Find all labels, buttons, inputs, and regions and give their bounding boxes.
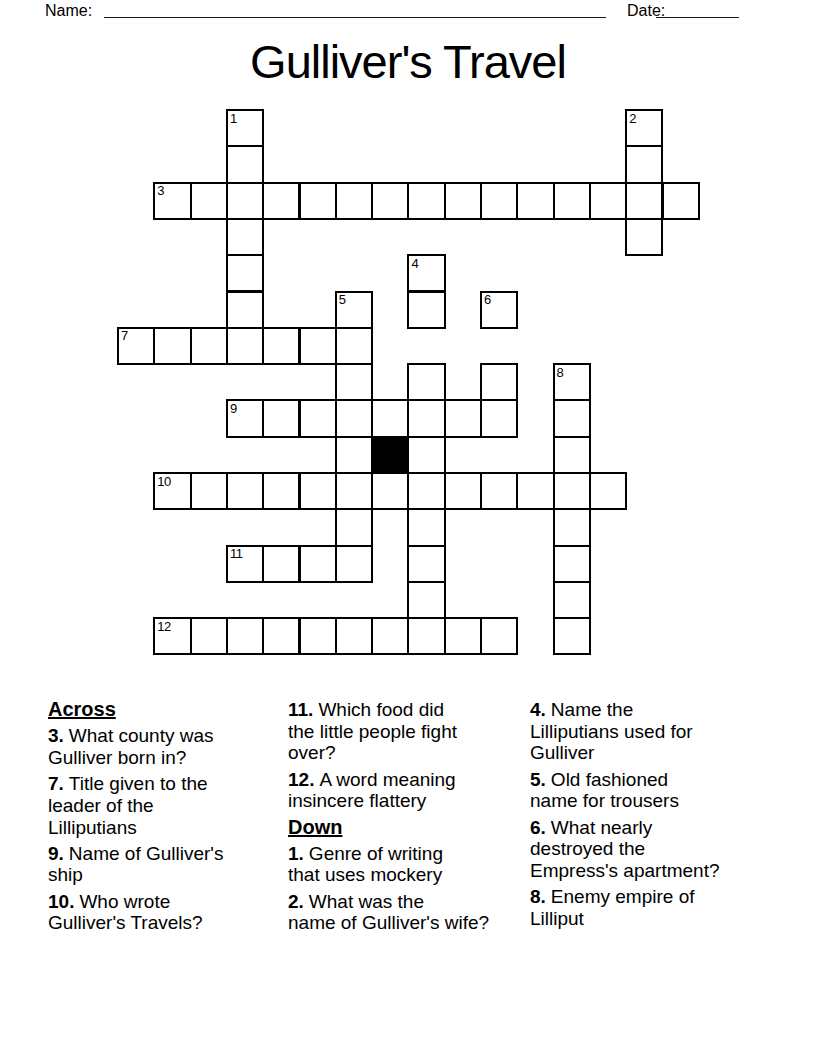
- grid-cell[interactable]: [335, 399, 373, 437]
- grid-cell[interactable]: [553, 399, 591, 437]
- grid-cell[interactable]: [299, 327, 337, 365]
- grid-cell[interactable]: [407, 399, 445, 437]
- clue-number-label: 3.: [48, 725, 64, 746]
- grid-cell[interactable]: [589, 472, 627, 510]
- grid-cell[interactable]: [226, 145, 264, 183]
- grid-cell[interactable]: [480, 182, 518, 220]
- grid-cell[interactable]: [589, 182, 627, 220]
- clue-number-label: 4.: [530, 699, 546, 720]
- down-header: Down: [288, 817, 530, 839]
- clue-text: Enemy empire of Lilliput: [530, 886, 694, 929]
- clue-down-6: 6.What nearly destroyed the Empress's ap…: [530, 817, 770, 882]
- grid-cell[interactable]: [190, 472, 228, 510]
- black-cell: [371, 436, 409, 474]
- grid-cell[interactable]: [371, 472, 409, 510]
- grid-cell[interactable]: [553, 182, 591, 220]
- grid-cell[interactable]: 2: [625, 109, 663, 147]
- grid-cell[interactable]: [299, 399, 337, 437]
- clue-column-1: Across 3.What county was Gulliver born i…: [48, 699, 288, 939]
- grid-cell[interactable]: [299, 617, 337, 655]
- grid-cell[interactable]: [516, 182, 554, 220]
- clue-across-3: 3.What county was Gulliver born in?: [48, 725, 288, 768]
- clue-across-9: 9.Name of Gulliver's ship: [48, 843, 288, 886]
- grid-cell[interactable]: 6: [480, 291, 518, 329]
- grid-cell[interactable]: [262, 399, 300, 437]
- clue-across-11: 11.Which food did the little people figh…: [288, 699, 530, 764]
- clue-number-label: 10.: [48, 891, 74, 912]
- clue-down-2: 2.What was the name of Gulliver's wife?: [288, 891, 530, 934]
- grid-cell[interactable]: 3: [153, 182, 191, 220]
- grid-cell[interactable]: [444, 182, 482, 220]
- clue-number-label: 1.: [288, 843, 304, 864]
- grid-cell[interactable]: [407, 291, 445, 329]
- grid-cell[interactable]: [444, 399, 482, 437]
- clue-across-10: 10.Who wrote Gulliver's Travels?: [48, 891, 288, 934]
- grid-cell[interactable]: [190, 182, 228, 220]
- clue-down-1: 1.Genre of writing that uses mockery: [288, 843, 530, 886]
- grid-cell[interactable]: [553, 436, 591, 474]
- clue-number: 6: [484, 293, 491, 307]
- grid-cell[interactable]: [553, 617, 591, 655]
- grid-cell[interactable]: [299, 182, 337, 220]
- grid-cell[interactable]: [226, 291, 264, 329]
- grid-cell[interactable]: 1: [226, 109, 264, 147]
- clue-number-label: 9.: [48, 843, 64, 864]
- grid-cell[interactable]: [662, 182, 700, 220]
- clue-down-8: 8.Enemy empire of Lilliput: [530, 886, 770, 929]
- grid-cell[interactable]: [553, 472, 591, 510]
- grid-cell[interactable]: [226, 472, 264, 510]
- grid-cell[interactable]: [480, 617, 518, 655]
- clue-text: Which food did the little people fight o…: [288, 699, 457, 763]
- clue-number-label: 2.: [288, 891, 304, 912]
- grid-cell[interactable]: [407, 472, 445, 510]
- grid-cell[interactable]: [262, 545, 300, 583]
- grid-cell[interactable]: 10: [153, 472, 191, 510]
- clue-down-5: 5.Old fashioned name for trousers: [530, 769, 770, 812]
- grid-cell[interactable]: [625, 145, 663, 183]
- clue-across-12: 12.A word meaning insincere flattery: [288, 769, 530, 812]
- grid-cell[interactable]: 7: [117, 327, 155, 365]
- grid-cell[interactable]: [625, 218, 663, 256]
- grid-cell[interactable]: [553, 545, 591, 583]
- clue-number-label: 11.: [288, 699, 313, 720]
- clue-number-label: 7.: [48, 773, 64, 794]
- clue-text: What county was Gulliver born in?: [48, 725, 214, 768]
- clue-number-label: 5.: [530, 769, 546, 790]
- grid-cell[interactable]: [262, 327, 300, 365]
- grid-cell[interactable]: [335, 472, 373, 510]
- grid-cell[interactable]: [226, 254, 264, 292]
- worksheet-page: Name: Date: Gulliver's Travel 1234567891…: [0, 0, 816, 1056]
- clue-text: Genre of writing that uses mockery: [288, 843, 443, 886]
- grid-cell[interactable]: [553, 508, 591, 546]
- clue-down-4: 4.Name the Lilliputians used for Gullive…: [530, 699, 770, 764]
- grid-cell[interactable]: [190, 327, 228, 365]
- grid-cell[interactable]: [407, 182, 445, 220]
- grid-cell[interactable]: [480, 472, 518, 510]
- clue-section: Across 3.What county was Gulliver born i…: [48, 699, 770, 939]
- clue-number: 5: [339, 293, 346, 307]
- grid-cell[interactable]: [226, 182, 264, 220]
- clue-text: Title given to the leader of the Lillipu…: [48, 773, 208, 837]
- clue-number: 10: [157, 475, 170, 489]
- clue-number: 8: [557, 366, 564, 380]
- grid-cell[interactable]: [299, 472, 337, 510]
- grid-cell[interactable]: [371, 182, 409, 220]
- grid-cell[interactable]: [516, 472, 554, 510]
- grid-cell[interactable]: [444, 472, 482, 510]
- clue-number: 1: [230, 112, 237, 126]
- grid-cell[interactable]: [262, 182, 300, 220]
- clue-text: Name of Gulliver's ship: [48, 843, 223, 886]
- grid-cell[interactable]: [407, 363, 445, 401]
- grid-cell[interactable]: [190, 617, 228, 655]
- clue-number: 11: [230, 547, 243, 561]
- grid-cell[interactable]: [335, 545, 373, 583]
- grid-cell[interactable]: [407, 581, 445, 619]
- grid-cell[interactable]: [480, 399, 518, 437]
- grid-cell[interactable]: 11: [226, 545, 264, 583]
- grid-cell[interactable]: [226, 327, 264, 365]
- crossword-grid: 123456789101112: [0, 0, 816, 700]
- clue-column-2: 11.Which food did the little people figh…: [288, 699, 530, 939]
- grid-cell[interactable]: [335, 436, 373, 474]
- clue-across-7: 7.Title given to the leader of the Lilli…: [48, 773, 288, 838]
- grid-cell[interactable]: [153, 327, 191, 365]
- clue-number: 12: [157, 620, 170, 634]
- grid-cell[interactable]: [407, 436, 445, 474]
- grid-cell[interactable]: [407, 545, 445, 583]
- grid-cell[interactable]: 9: [226, 399, 264, 437]
- grid-cell[interactable]: [625, 182, 663, 220]
- grid-cell[interactable]: 8: [553, 363, 591, 401]
- grid-cell[interactable]: 5: [335, 291, 373, 329]
- grid-cell[interactable]: [444, 617, 482, 655]
- grid-cell[interactable]: [407, 617, 445, 655]
- grid-cell[interactable]: [335, 363, 373, 401]
- clue-text: Name the Lilliputians used for Gulliver: [530, 699, 693, 763]
- grid-cell[interactable]: [480, 363, 518, 401]
- clue-number: 3: [157, 184, 164, 198]
- clue-text: What nearly destroyed the Empress's apar…: [530, 817, 719, 881]
- clue-number: 9: [230, 402, 237, 416]
- grid-cell[interactable]: [371, 617, 409, 655]
- grid-cell[interactable]: [299, 545, 337, 583]
- grid-cell[interactable]: 4: [407, 254, 445, 292]
- grid-cell[interactable]: [262, 617, 300, 655]
- grid-cell[interactable]: [262, 472, 300, 510]
- clue-number: 7: [121, 329, 128, 343]
- clue-column-3: 4.Name the Lilliputians used for Gullive…: [530, 699, 770, 939]
- grid-cell[interactable]: [226, 617, 264, 655]
- clue-number-label: 6.: [530, 817, 546, 838]
- grid-cell[interactable]: [335, 327, 373, 365]
- clue-number: 2: [629, 112, 636, 126]
- clue-text: What was the name of Gulliver's wife?: [288, 891, 489, 934]
- clue-text: Old fashioned name for trousers: [530, 769, 679, 812]
- grid-cell[interactable]: [407, 508, 445, 546]
- grid-cell[interactable]: [226, 218, 264, 256]
- clue-number-label: 8.: [530, 886, 546, 907]
- grid-cell[interactable]: [553, 581, 591, 619]
- grid-cell[interactable]: [371, 399, 409, 437]
- grid-cell[interactable]: [335, 508, 373, 546]
- clue-number-label: 12.: [288, 769, 314, 790]
- grid-cell[interactable]: [335, 617, 373, 655]
- grid-cell[interactable]: 12: [153, 617, 191, 655]
- across-header: Across: [48, 699, 288, 721]
- grid-cell[interactable]: [335, 182, 373, 220]
- clue-number: 4: [411, 257, 418, 271]
